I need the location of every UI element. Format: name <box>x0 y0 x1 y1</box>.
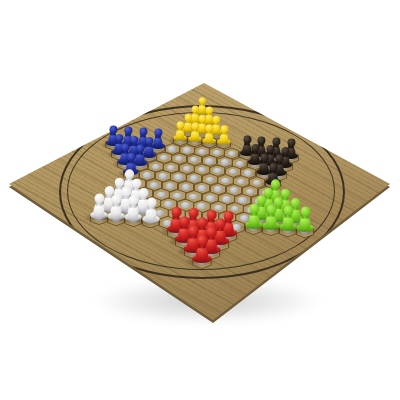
hole-dot <box>206 195 215 201</box>
peg-yellow[interactable] <box>217 125 231 145</box>
hole-dot <box>214 186 223 192</box>
peg-white[interactable] <box>90 194 108 220</box>
peg-head <box>213 116 220 123</box>
peg-head <box>127 153 136 162</box>
peg-head <box>139 127 147 135</box>
hole-dot <box>236 161 244 166</box>
peg-head <box>196 234 207 245</box>
peg-red[interactable] <box>192 234 212 262</box>
peg-head <box>94 194 104 204</box>
peg-yellow[interactable] <box>202 124 216 144</box>
hole-dot <box>206 177 214 183</box>
peg-white[interactable] <box>124 196 142 222</box>
peg-head <box>275 154 283 162</box>
peg-head <box>266 145 274 153</box>
hole-dot <box>150 182 159 188</box>
peg-green[interactable] <box>296 207 314 233</box>
peg-white[interactable] <box>142 197 160 223</box>
hole-dot <box>143 172 151 178</box>
hole-dot <box>198 185 207 191</box>
peg-head <box>176 122 184 130</box>
peg-head <box>154 128 162 136</box>
hole-dot <box>159 173 167 179</box>
hole-dot <box>152 164 160 169</box>
hole-dot <box>244 170 252 175</box>
hole-dot <box>157 192 166 198</box>
peg-head <box>243 135 251 143</box>
game-board <box>0 0 400 400</box>
peg-yellow[interactable] <box>173 122 187 142</box>
hole-dot <box>183 166 191 171</box>
hole-dot <box>198 149 206 154</box>
peg-yellow[interactable] <box>188 123 202 143</box>
peg-head <box>191 106 198 113</box>
peg-head <box>198 115 205 122</box>
hole-dot <box>183 147 191 152</box>
scene <box>0 0 400 400</box>
peg-green[interactable] <box>262 205 280 231</box>
hole-dot <box>168 146 176 151</box>
peg-head <box>111 195 121 205</box>
peg-head <box>109 125 117 133</box>
hole-dot <box>166 183 175 189</box>
hole-dot <box>228 151 236 156</box>
peg-head <box>128 196 138 206</box>
peg-head <box>251 144 259 152</box>
peg-head <box>145 197 155 207</box>
peg-head <box>184 114 191 121</box>
hole-dot <box>221 178 229 184</box>
peg-head <box>283 206 293 216</box>
hole-dot <box>221 159 229 164</box>
peg-head <box>205 107 212 114</box>
peg-head <box>220 125 228 133</box>
hole-dot <box>238 197 247 203</box>
peg-head <box>287 138 295 146</box>
hole-dot <box>205 158 213 163</box>
peg-head <box>199 98 206 105</box>
hole-dot <box>182 184 191 190</box>
peg-head <box>115 134 123 142</box>
peg-head <box>259 153 267 161</box>
peg-head <box>121 143 129 151</box>
hole-dot <box>222 196 231 202</box>
peg-green[interactable] <box>245 204 263 230</box>
hole-dot <box>213 150 221 155</box>
peg-head <box>205 124 213 132</box>
peg-head <box>268 162 277 171</box>
peg-green[interactable] <box>279 206 297 232</box>
hole-dot <box>174 174 182 180</box>
